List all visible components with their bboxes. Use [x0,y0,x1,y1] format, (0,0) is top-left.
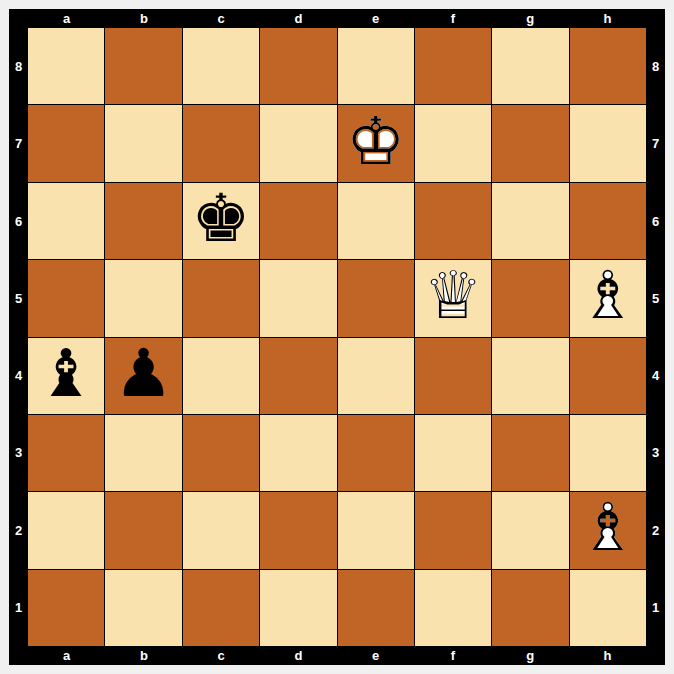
rank-label-8: 8 [646,28,665,105]
white-queen-glyph-outline: ♕ [423,263,482,329]
board-squares: ♚♔♚♛♕♝♗♝♟♝♗ [28,28,646,646]
rank-label-6: 6 [646,183,665,260]
square-c2[interactable] [183,492,259,568]
square-a1[interactable] [28,570,104,646]
rank-label-4: 4 [646,337,665,414]
square-e4[interactable] [338,338,414,414]
white-king-e7[interactable]: ♚♔ [338,105,414,181]
square-h3[interactable] [570,415,646,491]
square-d6[interactable] [260,183,336,259]
square-h4[interactable] [570,338,646,414]
rank-label-1: 1 [9,569,28,646]
square-g4[interactable] [492,338,568,414]
rank-label-7: 7 [9,105,28,182]
square-e2[interactable] [338,492,414,568]
square-e5[interactable] [338,260,414,336]
square-g1[interactable] [492,570,568,646]
square-h7[interactable] [570,105,646,181]
square-g8[interactable] [492,28,568,104]
rank-labels-left: 87654321 [9,28,28,646]
square-e3[interactable] [338,415,414,491]
square-d8[interactable] [260,28,336,104]
square-a5[interactable] [28,260,104,336]
white-king-glyph-outline: ♔ [346,109,405,175]
white-queen-f5[interactable]: ♛♕ [415,260,491,336]
square-d1[interactable] [260,570,336,646]
file-label-f: f [414,9,491,28]
white-bishop-h2[interactable]: ♝♗ [570,492,646,568]
square-c3[interactable] [183,415,259,491]
rank-label-1: 1 [646,569,665,646]
rank-label-5: 5 [646,260,665,337]
rank-label-4: 4 [9,337,28,414]
square-f2[interactable] [415,492,491,568]
square-a7[interactable] [28,105,104,181]
square-c8[interactable] [183,28,259,104]
file-labels-bottom: abcdefgh [28,646,646,665]
square-g5[interactable] [492,260,568,336]
square-d7[interactable] [260,105,336,181]
square-a8[interactable] [28,28,104,104]
square-g3[interactable] [492,415,568,491]
square-e6[interactable] [338,183,414,259]
black-bishop-a4[interactable]: ♝ [28,338,104,414]
rank-label-3: 3 [646,414,665,491]
rank-label-7: 7 [646,105,665,182]
black-king-glyph: ♚ [191,186,250,252]
square-f5[interactable]: ♛♕ [415,260,491,336]
black-pawn-glyph: ♟ [114,341,173,407]
rank-label-8: 8 [9,28,28,105]
square-g7[interactable] [492,105,568,181]
file-label-h: h [569,9,646,28]
square-f7[interactable] [415,105,491,181]
square-h1[interactable] [570,570,646,646]
square-g6[interactable] [492,183,568,259]
file-label-g: g [492,9,569,28]
square-b6[interactable] [105,183,181,259]
rank-label-2: 2 [9,492,28,569]
file-label-a: a [28,646,105,665]
square-g2[interactable] [492,492,568,568]
square-a3[interactable] [28,415,104,491]
file-label-d: d [260,646,337,665]
chess-board: abcdefgh abcdefgh 87654321 87654321 ♚♔♚♛… [9,9,665,665]
square-b7[interactable] [105,105,181,181]
file-label-h: h [569,646,646,665]
rank-label-5: 5 [9,260,28,337]
square-c6[interactable]: ♚ [183,183,259,259]
white-bishop-glyph-outline: ♗ [578,263,637,329]
square-h5[interactable]: ♝♗ [570,260,646,336]
file-label-b: b [105,646,182,665]
square-c4[interactable] [183,338,259,414]
file-label-b: b [105,9,182,28]
black-king-c6[interactable]: ♚ [183,183,259,259]
file-labels-top: abcdefgh [28,9,646,28]
square-a2[interactable] [28,492,104,568]
white-bishop-glyph-outline: ♗ [578,495,637,561]
file-label-g: g [492,646,569,665]
rank-label-2: 2 [646,492,665,569]
white-bishop-h5[interactable]: ♝♗ [570,260,646,336]
square-b8[interactable] [105,28,181,104]
file-label-c: c [183,9,260,28]
square-h8[interactable] [570,28,646,104]
square-f4[interactable] [415,338,491,414]
square-c5[interactable] [183,260,259,336]
square-b5[interactable] [105,260,181,336]
square-b2[interactable] [105,492,181,568]
square-f6[interactable] [415,183,491,259]
file-label-c: c [183,646,260,665]
file-label-e: e [337,9,414,28]
square-e1[interactable] [338,570,414,646]
file-label-f: f [414,646,491,665]
square-h6[interactable] [570,183,646,259]
file-label-e: e [337,646,414,665]
square-a6[interactable] [28,183,104,259]
square-d3[interactable] [260,415,336,491]
square-e8[interactable] [338,28,414,104]
square-b3[interactable] [105,415,181,491]
rank-labels-right: 87654321 [646,28,665,646]
square-a4[interactable]: ♝ [28,338,104,414]
square-c7[interactable] [183,105,259,181]
black-pawn-b4[interactable]: ♟ [105,338,181,414]
square-b4[interactable]: ♟ [105,338,181,414]
black-bishop-glyph: ♝ [37,341,96,407]
file-label-a: a [28,9,105,28]
square-h2[interactable]: ♝♗ [570,492,646,568]
square-b1[interactable] [105,570,181,646]
square-d2[interactable] [260,492,336,568]
file-label-d: d [260,9,337,28]
square-c1[interactable] [183,570,259,646]
rank-label-6: 6 [9,183,28,260]
square-d4[interactable] [260,338,336,414]
square-f3[interactable] [415,415,491,491]
rank-label-3: 3 [9,414,28,491]
square-f8[interactable] [415,28,491,104]
square-d5[interactable] [260,260,336,336]
square-f1[interactable] [415,570,491,646]
square-e7[interactable]: ♚♔ [338,105,414,181]
